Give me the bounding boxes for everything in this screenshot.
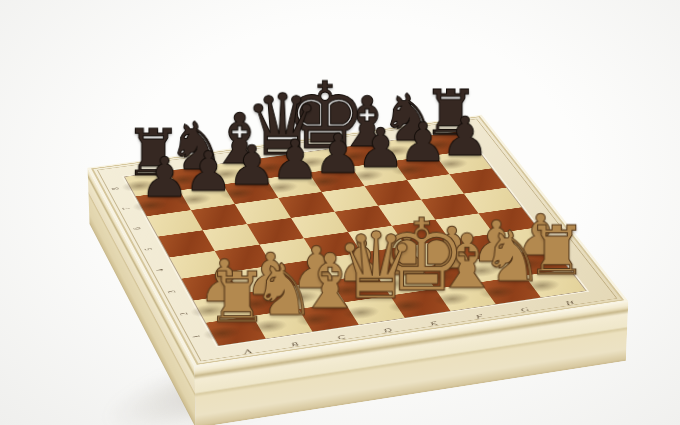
chess-set-photo: ♜♞♝♛♚♝♞♜♟♟♟♟♟♟♟♟♟♟♟♟♟♟♟♟♜♞♝♛♚♝♞♜ABCDEFGH… (0, 0, 680, 425)
perspective-viewport: ♜♞♝♛♚♝♞♜♟♟♟♟♟♟♟♟♟♟♟♟♟♟♟♟♜♞♝♛♚♝♞♜ABCDEFGH… (0, 0, 680, 425)
chess-board-box: ♜♞♝♛♚♝♞♜♟♟♟♟♟♟♟♟♟♟♟♟♟♟♟♟♜♞♝♛♚♝♞♜ABCDEFGH… (88, 115, 629, 367)
piece-glyph: ♜ (169, 263, 306, 333)
piece-glyph: ♟ (100, 150, 228, 205)
